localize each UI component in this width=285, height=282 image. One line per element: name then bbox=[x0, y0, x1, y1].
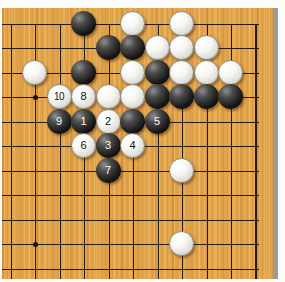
black-stone-move-9: 9 bbox=[47, 109, 72, 134]
move-number-label: 9 bbox=[56, 116, 62, 127]
grid-line-horizontal bbox=[2, 244, 259, 245]
grid-line-vertical bbox=[60, 24, 61, 280]
black-stone bbox=[71, 11, 96, 36]
grid-line-horizontal bbox=[2, 220, 259, 221]
white-stone bbox=[194, 60, 219, 85]
move-number-label: 3 bbox=[105, 140, 111, 151]
star-point bbox=[33, 95, 38, 100]
black-stone bbox=[169, 84, 194, 109]
move-number-label: 4 bbox=[129, 140, 135, 151]
star-point bbox=[33, 242, 38, 247]
white-stone bbox=[218, 60, 243, 85]
grid-line-board-right-edge bbox=[255, 24, 257, 280]
black-stone bbox=[71, 60, 96, 85]
black-stone bbox=[120, 35, 145, 60]
white-stone bbox=[169, 11, 194, 36]
white-stone bbox=[169, 158, 194, 183]
black-stone-move-1: 1 bbox=[71, 109, 96, 134]
white-stone bbox=[169, 231, 194, 256]
white-stone-move-4: 4 bbox=[120, 133, 145, 158]
move-number-label: 7 bbox=[105, 165, 111, 176]
move-number-label: 10 bbox=[54, 92, 64, 102]
black-stone bbox=[218, 84, 243, 109]
black-stone-move-5: 5 bbox=[145, 109, 170, 134]
white-stone-move-2: 2 bbox=[96, 109, 121, 134]
grid-line-horizontal bbox=[2, 195, 259, 196]
white-stone bbox=[22, 60, 47, 85]
white-stone bbox=[120, 11, 145, 36]
move-number-label: 2 bbox=[105, 116, 111, 127]
white-stone-move-6: 6 bbox=[71, 133, 96, 158]
move-number-label: 5 bbox=[154, 116, 160, 127]
white-stone bbox=[120, 60, 145, 85]
black-stone-move-3: 3 bbox=[96, 133, 121, 158]
white-stone bbox=[169, 35, 194, 60]
grid-line-horizontal bbox=[2, 171, 259, 172]
move-number-label: 8 bbox=[80, 91, 86, 102]
white-stone bbox=[120, 84, 145, 109]
white-stone bbox=[169, 60, 194, 85]
grid-line-horizontal bbox=[2, 269, 259, 270]
white-stone bbox=[96, 84, 121, 109]
white-stone bbox=[145, 35, 170, 60]
white-stone-move-8: 8 bbox=[71, 84, 96, 109]
black-stone bbox=[120, 109, 145, 134]
move-number-label: 6 bbox=[80, 140, 86, 151]
white-stone bbox=[194, 35, 219, 60]
board-right-edge-shadow bbox=[273, 8, 278, 279]
black-stone bbox=[194, 84, 219, 109]
go-diagram-page: 10891256347 bbox=[0, 0, 285, 282]
black-stone bbox=[145, 84, 170, 109]
black-stone bbox=[145, 60, 170, 85]
move-number-label: 1 bbox=[80, 116, 86, 127]
go-board[interactable]: 10891256347 bbox=[2, 8, 273, 279]
black-stone bbox=[96, 35, 121, 60]
grid-line-vertical bbox=[11, 24, 12, 280]
black-stone-move-7: 7 bbox=[96, 158, 121, 183]
white-stone-move-10: 10 bbox=[47, 84, 72, 109]
